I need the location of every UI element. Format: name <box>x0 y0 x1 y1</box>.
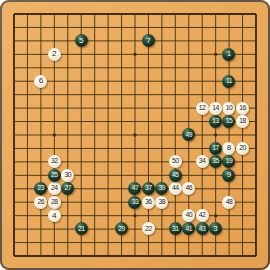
move-number-label: 20 <box>239 145 246 152</box>
go-stone-black-25: 25 <box>48 169 61 182</box>
go-stone-black-7: 7 <box>142 34 155 47</box>
go-stone-black-41: 41 <box>182 222 195 235</box>
go-stone-black-1: 1 <box>222 48 235 61</box>
move-number-label: 22 <box>145 226 152 233</box>
move-number-label: 41 <box>185 226 192 233</box>
move-number-label: 38 <box>159 199 166 206</box>
move-number-label: 50 <box>172 159 179 166</box>
move-number-label: 19 <box>226 159 233 166</box>
go-stone-white-6: 6 <box>34 75 47 88</box>
go-stone-black-33: 33 <box>128 196 141 209</box>
move-number-label: 49 <box>185 132 192 139</box>
move-number-label: 1 <box>227 50 231 58</box>
go-stone-white-22: 22 <box>142 222 155 235</box>
go-stone-black-49: 49 <box>182 128 195 141</box>
move-number-label: 17 <box>212 145 219 152</box>
go-board[interactable]: 1234567891011121314151617181920212223242… <box>0 0 270 270</box>
go-stone-white-4: 4 <box>48 209 61 222</box>
move-number-label: 13 <box>212 118 219 125</box>
move-number-label: 5 <box>79 37 83 45</box>
go-stone-white-38: 38 <box>155 196 168 209</box>
go-stone-black-3: 3 <box>209 222 222 235</box>
move-number-label: 29 <box>118 226 125 233</box>
go-stone-black-23: 23 <box>34 182 47 195</box>
move-number-label: 48 <box>226 199 233 206</box>
go-stone-white-24: 24 <box>48 182 61 195</box>
move-number-label: 26 <box>38 199 45 206</box>
go-stone-white-36: 36 <box>142 196 155 209</box>
move-number-label: 18 <box>239 118 246 125</box>
go-stone-white-20: 20 <box>236 142 249 155</box>
move-number-label: 32 <box>51 159 58 166</box>
go-stone-white-2: 2 <box>48 48 61 61</box>
go-stone-white-26: 26 <box>34 196 47 209</box>
go-stone-white-14: 14 <box>209 102 222 115</box>
go-stone-white-12: 12 <box>196 102 209 115</box>
move-number-label: 6 <box>39 77 43 85</box>
go-stone-white-44: 44 <box>169 182 182 195</box>
move-number-label: 12 <box>199 105 206 112</box>
move-number-label: 30 <box>64 172 71 179</box>
move-number-label: 4 <box>52 212 56 220</box>
go-stone-black-29: 29 <box>115 222 128 235</box>
move-number-label: 33 <box>132 199 139 206</box>
move-number-label: 44 <box>172 185 179 192</box>
move-number-label: 16 <box>239 105 246 112</box>
move-number-label: 47 <box>132 185 139 192</box>
go-stone-white-18: 18 <box>236 115 249 128</box>
move-number-label: 2 <box>52 50 56 58</box>
move-number-label: 46 <box>185 185 192 192</box>
move-number-label: 36 <box>145 199 152 206</box>
move-number-label: 40 <box>185 212 192 219</box>
go-stone-black-47: 47 <box>128 182 141 195</box>
go-stone-white-16: 16 <box>236 102 249 115</box>
move-number-label: 35 <box>212 159 219 166</box>
move-number-label: 34 <box>199 159 206 166</box>
go-stone-black-27: 27 <box>61 182 74 195</box>
move-number-label: 3 <box>213 225 217 233</box>
go-stone-black-15: 15 <box>222 115 235 128</box>
move-number-label: 42 <box>199 212 206 219</box>
go-stone-white-28: 28 <box>48 196 61 209</box>
move-number-label: 15 <box>226 118 233 125</box>
move-number-label: 39 <box>159 185 166 192</box>
go-stone-black-9: 9 <box>222 169 235 182</box>
move-number-label: 9 <box>227 171 231 179</box>
go-stone-black-11: 11 <box>222 75 235 88</box>
go-stone-black-39: 39 <box>155 182 168 195</box>
go-stone-white-40: 40 <box>182 209 195 222</box>
go-stone-black-45: 45 <box>169 169 182 182</box>
move-number-label: 45 <box>172 172 179 179</box>
move-number-label: 24 <box>51 185 58 192</box>
move-number-label: 25 <box>51 172 58 179</box>
go-stone-black-37: 37 <box>142 182 155 195</box>
go-stone-black-17: 17 <box>209 142 222 155</box>
go-stone-black-31: 31 <box>169 222 182 235</box>
go-stone-white-10: 10 <box>222 102 235 115</box>
move-number-label: 37 <box>145 185 152 192</box>
go-stone-white-50: 50 <box>169 155 182 168</box>
go-stone-black-5: 5 <box>75 34 88 47</box>
go-stone-white-30: 30 <box>61 169 74 182</box>
go-stone-white-46: 46 <box>182 182 195 195</box>
move-number-label: 31 <box>172 226 179 233</box>
go-stone-black-19: 19 <box>222 155 235 168</box>
go-stone-black-13: 13 <box>209 115 222 128</box>
go-stone-white-48: 48 <box>222 196 235 209</box>
move-number-label: 43 <box>199 226 206 233</box>
go-stone-black-35: 35 <box>209 155 222 168</box>
move-number-label: 23 <box>38 185 45 192</box>
move-number-label: 11 <box>226 78 232 85</box>
go-stone-black-21: 21 <box>75 222 88 235</box>
go-stone-white-34: 34 <box>196 155 209 168</box>
move-number-label: 28 <box>51 199 58 206</box>
go-stone-white-32: 32 <box>48 155 61 168</box>
go-stone-white-42: 42 <box>196 209 209 222</box>
go-stone-white-8: 8 <box>222 142 235 155</box>
move-number-label: 10 <box>226 105 233 112</box>
stones-layer: 1234567891011121314151617181920212223242… <box>7 7 262 262</box>
move-number-label: 27 <box>64 185 71 192</box>
move-number-label: 8 <box>227 145 231 153</box>
move-number-label: 7 <box>146 37 150 45</box>
move-number-label: 14 <box>212 105 219 112</box>
go-stone-black-43: 43 <box>196 222 209 235</box>
move-number-label: 21 <box>78 226 85 233</box>
